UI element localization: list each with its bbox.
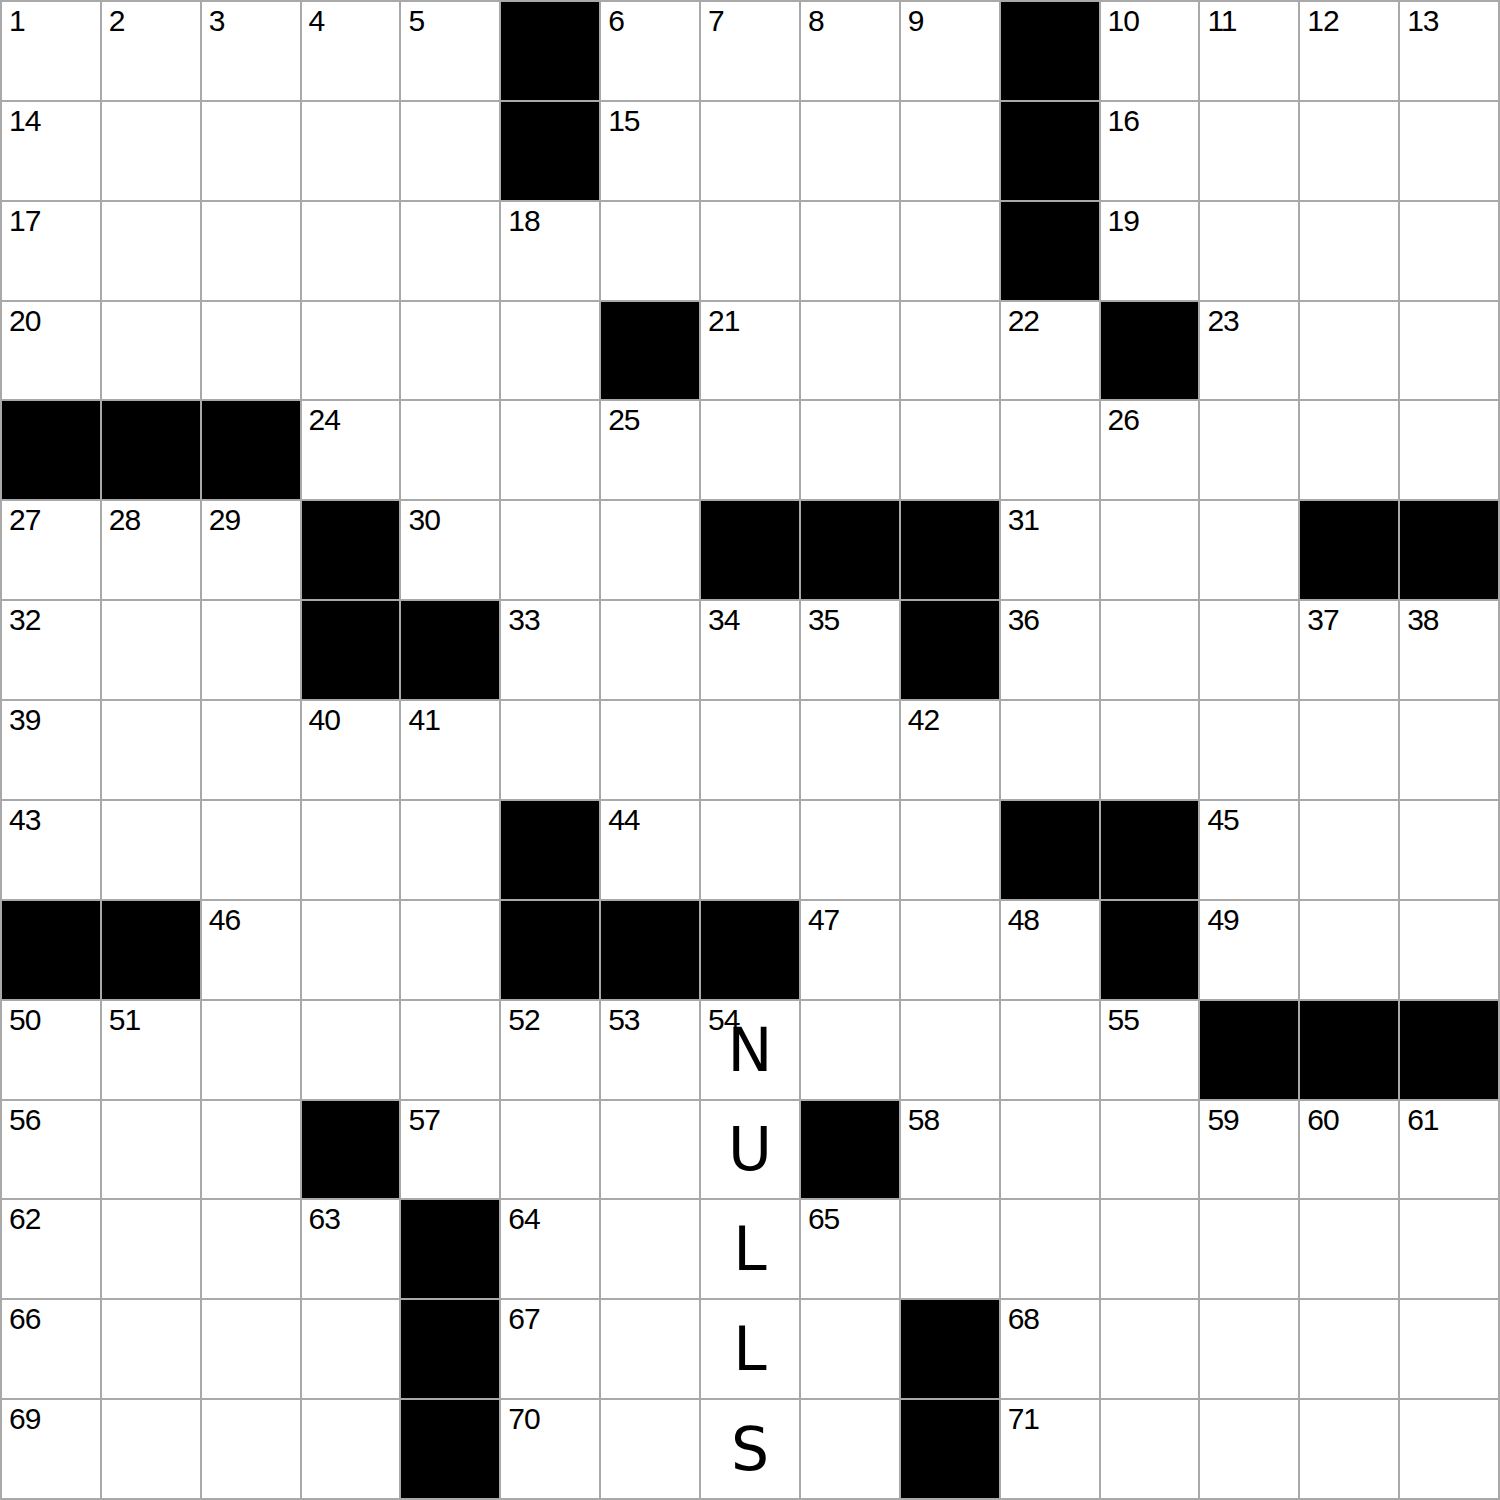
clue-number: 34	[708, 605, 739, 635]
cell-r2c12[interactable]: 16	[1101, 102, 1199, 200]
cell-r2c5[interactable]	[401, 102, 499, 200]
cell-r7c1[interactable]: 32	[2, 601, 100, 699]
cell-r6c13[interactable]	[1200, 501, 1298, 599]
cell-r8c13[interactable]	[1200, 701, 1298, 799]
cell-r9c5[interactable]	[401, 801, 499, 899]
black-cell-r11c14	[1300, 1001, 1398, 1099]
cell-r11c5[interactable]	[401, 1001, 499, 1099]
cell-r11c8[interactable]: 54N	[701, 1001, 799, 1099]
black-cell-r10c6	[501, 901, 599, 999]
cell-r1c9[interactable]: 8	[801, 2, 899, 100]
clue-number: 59	[1207, 1105, 1238, 1135]
cell-r3c5[interactable]	[401, 202, 499, 300]
cell-r12c3[interactable]	[202, 1101, 300, 1199]
cell-r2c10[interactable]	[901, 102, 999, 200]
cell-r9c1[interactable]: 43	[2, 801, 100, 899]
cell-r2c14[interactable]	[1300, 102, 1398, 200]
cell-r12c12[interactable]	[1101, 1101, 1199, 1199]
clue-number: 37	[1307, 605, 1338, 635]
cell-r1c14[interactable]: 12	[1300, 2, 1398, 100]
black-cell-r2c6	[501, 102, 599, 200]
black-cell-r6c15	[1400, 501, 1498, 599]
cell-r13c10[interactable]	[901, 1200, 999, 1298]
clue-number: 71	[1008, 1404, 1039, 1434]
cell-r3c13[interactable]	[1200, 202, 1298, 300]
cell-r5c4[interactable]: 24	[302, 401, 400, 499]
cell-r15c8[interactable]: S	[701, 1400, 799, 1498]
cell-r11c4[interactable]	[302, 1001, 400, 1099]
cell-r12c1[interactable]: 56	[2, 1101, 100, 1199]
clue-number: 40	[309, 705, 340, 735]
clue-number: 17	[9, 206, 40, 236]
fill-letter: N	[701, 1001, 799, 1099]
black-cell-r9c12	[1101, 801, 1199, 899]
clue-number: 36	[1008, 605, 1039, 635]
black-cell-r10c2	[102, 901, 200, 999]
cell-r14c15[interactable]	[1400, 1300, 1498, 1398]
cell-r13c15[interactable]	[1400, 1200, 1498, 1298]
cell-r11c1[interactable]: 50	[2, 1001, 100, 1099]
cell-r8c10[interactable]: 42	[901, 701, 999, 799]
cell-r9c9[interactable]	[801, 801, 899, 899]
cell-r4c14[interactable]	[1300, 302, 1398, 400]
black-cell-r7c10	[901, 601, 999, 699]
clue-number: 21	[708, 306, 739, 336]
black-cell-r10c7	[601, 901, 699, 999]
clue-number: 22	[1008, 306, 1039, 336]
cell-r10c11[interactable]: 48	[1001, 901, 1099, 999]
cell-r8c3[interactable]	[202, 701, 300, 799]
cell-r6c6[interactable]	[501, 501, 599, 599]
clue-number: 29	[209, 505, 240, 535]
cell-r2c2[interactable]	[102, 102, 200, 200]
cell-r1c13[interactable]: 11	[1200, 2, 1298, 100]
cell-r8c15[interactable]	[1400, 701, 1498, 799]
clue-number: 67	[508, 1304, 539, 1334]
cell-r11c11[interactable]	[1001, 1001, 1099, 1099]
cell-r10c15[interactable]	[1400, 901, 1498, 999]
cell-r3c15[interactable]	[1400, 202, 1498, 300]
cell-r8c8[interactable]	[701, 701, 799, 799]
cell-r5c14[interactable]	[1300, 401, 1398, 499]
clue-number: 31	[1008, 505, 1039, 535]
cell-r3c10[interactable]	[901, 202, 999, 300]
cell-r15c2[interactable]	[102, 1400, 200, 1498]
cell-r9c13[interactable]: 45	[1200, 801, 1298, 899]
cell-r6c11[interactable]: 31	[1001, 501, 1099, 599]
cell-r12c14[interactable]: 60	[1300, 1101, 1398, 1199]
clue-number: 2	[109, 6, 125, 36]
cell-r4c5[interactable]	[401, 302, 499, 400]
cell-r13c4[interactable]: 63	[302, 1200, 400, 1298]
cell-r15c12[interactable]	[1101, 1400, 1199, 1498]
cell-r1c8[interactable]: 7	[701, 2, 799, 100]
cell-r8c12[interactable]	[1101, 701, 1199, 799]
cell-r15c6[interactable]: 70	[501, 1400, 599, 1498]
black-cell-r10c12	[1101, 901, 1199, 999]
black-cell-r6c10	[901, 501, 999, 599]
clue-number: 60	[1307, 1105, 1338, 1135]
cell-r4c10[interactable]	[901, 302, 999, 400]
cell-r5c5[interactable]	[401, 401, 499, 499]
clue-number: 41	[408, 705, 439, 735]
cell-r15c11[interactable]: 71	[1001, 1400, 1099, 1498]
clue-number: 24	[309, 405, 340, 435]
cell-r7c15[interactable]: 38	[1400, 601, 1498, 699]
cell-r12c2[interactable]	[102, 1101, 200, 1199]
cell-r6c5[interactable]: 30	[401, 501, 499, 599]
clue-number: 46	[209, 905, 240, 935]
clue-number: 55	[1108, 1005, 1139, 1035]
clue-number: 15	[608, 106, 639, 136]
clue-number: 9	[908, 6, 924, 36]
black-cell-r14c10	[901, 1300, 999, 1398]
clue-number: 51	[109, 1005, 140, 1035]
clue-number: 23	[1207, 306, 1238, 336]
cell-r14c1[interactable]: 66	[2, 1300, 100, 1398]
cell-r3c7[interactable]	[601, 202, 699, 300]
cell-r15c3[interactable]	[202, 1400, 300, 1498]
cell-r3c6[interactable]: 18	[501, 202, 599, 300]
black-cell-r12c9	[801, 1101, 899, 1199]
cell-r1c15[interactable]: 13	[1400, 2, 1498, 100]
black-cell-r5c2	[102, 401, 200, 499]
clue-number: 70	[508, 1404, 539, 1434]
cell-r2c13[interactable]	[1200, 102, 1298, 200]
black-cell-r1c11	[1001, 2, 1099, 100]
clue-number: 57	[408, 1105, 439, 1135]
fill-letter: L	[701, 1200, 799, 1298]
cell-r14c8[interactable]: L	[701, 1300, 799, 1398]
cell-r15c1[interactable]: 69	[2, 1400, 100, 1498]
clue-number: 14	[9, 106, 40, 136]
clue-number: 35	[808, 605, 839, 635]
cell-r3c9[interactable]	[801, 202, 899, 300]
cell-r3c8[interactable]	[701, 202, 799, 300]
cell-r4c6[interactable]	[501, 302, 599, 400]
cell-r4c4[interactable]	[302, 302, 400, 400]
cell-r8c4[interactable]: 40	[302, 701, 400, 799]
cell-r9c2[interactable]	[102, 801, 200, 899]
black-cell-r5c1	[2, 401, 100, 499]
cell-r12c8[interactable]: U	[701, 1101, 799, 1199]
cell-r1c7[interactable]: 6	[601, 2, 699, 100]
black-cell-r7c4	[302, 601, 400, 699]
cell-r1c5[interactable]: 5	[401, 2, 499, 100]
cell-r15c9[interactable]	[801, 1400, 899, 1498]
cell-r13c12[interactable]	[1101, 1200, 1199, 1298]
cell-r8c5[interactable]: 41	[401, 701, 499, 799]
cell-r14c14[interactable]	[1300, 1300, 1398, 1398]
clue-number: 63	[309, 1204, 340, 1234]
black-cell-r3c11	[1001, 202, 1099, 300]
cell-r7c8[interactable]: 34	[701, 601, 799, 699]
cell-r8c11[interactable]	[1001, 701, 1099, 799]
cell-r3c1[interactable]: 17	[2, 202, 100, 300]
cell-r2c8[interactable]	[701, 102, 799, 200]
clue-number: 10	[1108, 6, 1139, 36]
black-cell-r7c5	[401, 601, 499, 699]
clue-number: 6	[608, 6, 624, 36]
cell-r6c1[interactable]: 27	[2, 501, 100, 599]
cell-r7c6[interactable]: 33	[501, 601, 599, 699]
cell-r10c9[interactable]: 47	[801, 901, 899, 999]
cell-r6c7[interactable]	[601, 501, 699, 599]
cell-r5c10[interactable]	[901, 401, 999, 499]
cell-r14c13[interactable]	[1200, 1300, 1298, 1398]
clue-number: 32	[9, 605, 40, 635]
black-cell-r6c14	[1300, 501, 1398, 599]
cell-r13c3[interactable]	[202, 1200, 300, 1298]
cell-r9c4[interactable]	[302, 801, 400, 899]
cell-r14c2[interactable]	[102, 1300, 200, 1398]
clue-number: 7	[708, 6, 724, 36]
fill-letter: S	[701, 1400, 799, 1498]
cell-r3c12[interactable]: 19	[1101, 202, 1199, 300]
black-cell-r11c13	[1200, 1001, 1298, 1099]
cell-r11c6[interactable]: 52	[501, 1001, 599, 1099]
cell-r4c15[interactable]	[1400, 302, 1498, 400]
clue-number: 12	[1307, 6, 1338, 36]
clue-number: 49	[1207, 905, 1238, 935]
cell-r11c9[interactable]	[801, 1001, 899, 1099]
black-cell-r11c15	[1400, 1001, 1498, 1099]
cell-r3c2[interactable]	[102, 202, 200, 300]
clue-number: 50	[9, 1005, 40, 1035]
clue-number: 44	[608, 805, 639, 835]
cell-r9c7[interactable]: 44	[601, 801, 699, 899]
clue-number: 30	[408, 505, 439, 535]
cell-r15c14[interactable]	[1300, 1400, 1398, 1498]
clue-number: 13	[1407, 6, 1438, 36]
cell-r9c15[interactable]	[1400, 801, 1498, 899]
cell-r9c3[interactable]	[202, 801, 300, 899]
cell-r7c13[interactable]	[1200, 601, 1298, 699]
cell-r5c8[interactable]	[701, 401, 799, 499]
cell-r8c6[interactable]	[501, 701, 599, 799]
cell-r9c10[interactable]	[901, 801, 999, 899]
cell-r13c14[interactable]	[1300, 1200, 1398, 1298]
crossword-grid: 1234567891011121314151617181920212223242…	[0, 0, 1500, 1500]
cell-r13c11[interactable]	[1001, 1200, 1099, 1298]
cell-r5c11[interactable]	[1001, 401, 1099, 499]
clue-number: 19	[1108, 206, 1139, 236]
cell-r10c14[interactable]	[1300, 901, 1398, 999]
cell-r7c14[interactable]: 37	[1300, 601, 1398, 699]
clue-number: 65	[808, 1204, 839, 1234]
cell-r8c14[interactable]	[1300, 701, 1398, 799]
cell-r2c7[interactable]: 15	[601, 102, 699, 200]
black-cell-r12c4	[302, 1101, 400, 1199]
cell-r11c12[interactable]: 55	[1101, 1001, 1199, 1099]
clue-number: 43	[9, 805, 40, 835]
clue-number: 48	[1008, 905, 1039, 935]
clue-number: 4	[309, 6, 325, 36]
cell-r10c5[interactable]	[401, 901, 499, 999]
cell-r7c2[interactable]	[102, 601, 200, 699]
clue-number: 1	[9, 6, 25, 36]
black-cell-r9c11	[1001, 801, 1099, 899]
cell-r11c7[interactable]: 53	[601, 1001, 699, 1099]
fill-letter: U	[701, 1101, 799, 1199]
clue-number: 47	[808, 905, 839, 935]
cell-r2c15[interactable]	[1400, 102, 1498, 200]
cell-r13c1[interactable]: 62	[2, 1200, 100, 1298]
cell-r12c11[interactable]	[1001, 1101, 1099, 1199]
cell-r4c3[interactable]	[202, 302, 300, 400]
cell-r12c6[interactable]	[501, 1101, 599, 1199]
clue-number: 3	[209, 6, 225, 36]
cell-r1c12[interactable]: 10	[1101, 2, 1199, 100]
cell-r15c4[interactable]	[302, 1400, 400, 1498]
cell-r4c11[interactable]: 22	[1001, 302, 1099, 400]
cell-r10c3[interactable]: 46	[202, 901, 300, 999]
cell-r11c2[interactable]: 51	[102, 1001, 200, 1099]
clue-number: 56	[9, 1105, 40, 1135]
black-cell-r1c6	[501, 2, 599, 100]
black-cell-r15c10	[901, 1400, 999, 1498]
cell-r5c13[interactable]	[1200, 401, 1298, 499]
black-cell-r2c11	[1001, 102, 1099, 200]
cell-r9c14[interactable]	[1300, 801, 1398, 899]
cell-r14c3[interactable]	[202, 1300, 300, 1398]
clue-number: 64	[508, 1204, 539, 1234]
cell-r6c3[interactable]: 29	[202, 501, 300, 599]
clue-number: 16	[1108, 106, 1139, 136]
cell-r3c3[interactable]	[202, 202, 300, 300]
cell-r1c10[interactable]: 9	[901, 2, 999, 100]
cell-r1c1[interactable]: 1	[2, 2, 100, 100]
cell-r15c7[interactable]	[601, 1400, 699, 1498]
cell-r10c13[interactable]: 49	[1200, 901, 1298, 999]
cell-r5c6[interactable]	[501, 401, 599, 499]
cell-r5c7[interactable]: 25	[601, 401, 699, 499]
black-cell-r6c4	[302, 501, 400, 599]
cell-r7c12[interactable]	[1101, 601, 1199, 699]
clue-number: 20	[9, 306, 40, 336]
clue-number: 38	[1407, 605, 1438, 635]
cell-r8c2[interactable]	[102, 701, 200, 799]
cell-r13c2[interactable]	[102, 1200, 200, 1298]
black-cell-r6c9	[801, 501, 899, 599]
cell-r15c15[interactable]	[1400, 1400, 1498, 1498]
cell-r2c3[interactable]	[202, 102, 300, 200]
cell-r4c13[interactable]: 23	[1200, 302, 1298, 400]
cell-r14c6[interactable]: 67	[501, 1300, 599, 1398]
cell-r12c15[interactable]: 61	[1400, 1101, 1498, 1199]
black-cell-r10c8	[701, 901, 799, 999]
cell-r13c7[interactable]	[601, 1200, 699, 1298]
clue-number: 8	[808, 6, 824, 36]
clue-number: 27	[9, 505, 40, 535]
cell-r6c12[interactable]	[1101, 501, 1199, 599]
cell-r14c4[interactable]	[302, 1300, 400, 1398]
cell-r12c10[interactable]: 58	[901, 1101, 999, 1199]
cell-r2c1[interactable]: 14	[2, 102, 100, 200]
clue-number: 33	[508, 605, 539, 635]
cell-r9c8[interactable]	[701, 801, 799, 899]
clue-number: 11	[1207, 6, 1236, 36]
clue-number: 45	[1207, 805, 1238, 835]
cell-r14c11[interactable]: 68	[1001, 1300, 1099, 1398]
cell-r15c13[interactable]	[1200, 1400, 1298, 1498]
cell-r8c9[interactable]	[801, 701, 899, 799]
cell-r8c7[interactable]	[601, 701, 699, 799]
cell-r3c4[interactable]	[302, 202, 400, 300]
black-cell-r9c6	[501, 801, 599, 899]
cell-r11c10[interactable]	[901, 1001, 999, 1099]
black-cell-r15c5	[401, 1400, 499, 1498]
cell-r7c11[interactable]: 36	[1001, 601, 1099, 699]
black-cell-r5c3	[202, 401, 300, 499]
cell-r5c12[interactable]: 26	[1101, 401, 1199, 499]
cell-r1c2[interactable]: 2	[102, 2, 200, 100]
black-cell-r6c8	[701, 501, 799, 599]
cell-r12c7[interactable]	[601, 1101, 699, 1199]
clue-number: 5	[408, 6, 424, 36]
clue-number: 52	[508, 1005, 539, 1035]
cell-r3c14[interactable]	[1300, 202, 1398, 300]
cell-r4c2[interactable]	[102, 302, 200, 400]
clue-number: 26	[1108, 405, 1139, 435]
fill-letter: L	[701, 1300, 799, 1398]
cell-r12c13[interactable]: 59	[1200, 1101, 1298, 1199]
clue-number: 53	[608, 1005, 639, 1035]
cell-r5c15[interactable]	[1400, 401, 1498, 499]
black-cell-r10c1	[2, 901, 100, 999]
black-cell-r13c5	[401, 1200, 499, 1298]
black-cell-r4c12	[1101, 302, 1199, 400]
cell-r7c9[interactable]: 35	[801, 601, 899, 699]
cell-r2c4[interactable]	[302, 102, 400, 200]
cell-r11c3[interactable]	[202, 1001, 300, 1099]
cell-r10c4[interactable]	[302, 901, 400, 999]
cell-r7c3[interactable]	[202, 601, 300, 699]
clue-number: 69	[9, 1404, 40, 1434]
cell-r6c2[interactable]: 28	[102, 501, 200, 599]
cell-r8c1[interactable]: 39	[2, 701, 100, 799]
clue-number: 25	[608, 405, 639, 435]
cell-r1c3[interactable]: 3	[202, 2, 300, 100]
cell-r10c10[interactable]	[901, 901, 999, 999]
clue-number: 62	[9, 1204, 40, 1234]
clue-number: 18	[508, 206, 539, 236]
cell-r7c7[interactable]	[601, 601, 699, 699]
cell-r14c12[interactable]	[1101, 1300, 1199, 1398]
cell-r12c5[interactable]: 57	[401, 1101, 499, 1199]
clue-number: 58	[908, 1105, 939, 1135]
clue-number: 28	[109, 505, 140, 535]
clue-number: 68	[1008, 1304, 1039, 1334]
cell-r4c8[interactable]: 21	[701, 302, 799, 400]
cell-r4c1[interactable]: 20	[2, 302, 100, 400]
cell-r14c9[interactable]	[801, 1300, 899, 1398]
clue-number: 61	[1407, 1105, 1438, 1135]
cell-r13c6[interactable]: 64	[501, 1200, 599, 1298]
cell-r13c13[interactable]	[1200, 1200, 1298, 1298]
clue-number: 66	[9, 1304, 40, 1334]
black-cell-r4c7	[601, 302, 699, 400]
black-cell-r14c5	[401, 1300, 499, 1398]
cell-r2c9[interactable]	[801, 102, 899, 200]
cell-r4c9[interactable]	[801, 302, 899, 400]
clue-number: 39	[9, 705, 40, 735]
cell-r5c9[interactable]	[801, 401, 899, 499]
cell-r13c9[interactable]: 65	[801, 1200, 899, 1298]
cell-r1c4[interactable]: 4	[302, 2, 400, 100]
cell-r14c7[interactable]	[601, 1300, 699, 1398]
cell-r13c8[interactable]: L	[701, 1200, 799, 1298]
